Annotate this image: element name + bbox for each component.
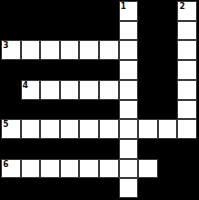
crossword-cell-r3c5[interactable] [79, 40, 99, 60]
black-cell-r6c8 [138, 100, 158, 120]
black-cell-r10c9 [158, 178, 178, 198]
crossword-cell-r9c6[interactable] [99, 159, 119, 179]
crossword-cell-r5c2[interactable]: 4 [21, 80, 41, 100]
crossword-cell-r7c4[interactable] [60, 119, 80, 139]
clue-number-3: 3 [3, 41, 9, 50]
black-cell-r1c6 [99, 1, 119, 21]
crossword-cell-r7c9[interactable] [158, 119, 178, 139]
black-cell-r10c10 [177, 178, 197, 198]
crossword-cell-r7c5[interactable] [79, 119, 99, 139]
black-cell-r10c6 [99, 178, 119, 198]
black-cell-r1c9 [158, 1, 178, 21]
crossword-cell-r10c7[interactable] [119, 178, 139, 198]
black-cell-r2c8 [138, 21, 158, 41]
crossword-cell-r3c10[interactable] [177, 40, 197, 60]
crossword-cell-r1c7[interactable]: 1 [119, 1, 139, 21]
crossword-cell-r3c7[interactable] [119, 40, 139, 60]
crossword-cell-r9c5[interactable] [79, 159, 99, 179]
crossword-cell-r5c7[interactable] [119, 80, 139, 100]
crossword-cell-r1c10[interactable]: 2 [177, 1, 197, 21]
crossword-cell-r6c10[interactable] [177, 100, 197, 120]
black-cell-r10c4 [60, 178, 80, 198]
black-cell-r1c4 [60, 1, 80, 21]
black-cell-r1c8 [138, 1, 158, 21]
black-cell-r3c8 [138, 40, 158, 60]
crossword-cell-r4c10[interactable] [177, 60, 197, 80]
crossword-cell-r7c6[interactable] [99, 119, 119, 139]
crossword-cell-r9c2[interactable] [21, 159, 41, 179]
black-cell-r4c8 [138, 60, 158, 80]
black-cell-r3c9 [158, 40, 178, 60]
clue-number-5: 5 [3, 120, 9, 129]
crossword-cell-r7c2[interactable] [21, 119, 41, 139]
crossword-cell-r7c7[interactable] [119, 119, 139, 139]
crossword-cell-r9c4[interactable] [60, 159, 80, 179]
black-cell-r8c10 [177, 139, 197, 159]
crossword-cell-r5c5[interactable] [79, 80, 99, 100]
black-cell-r2c5 [79, 21, 99, 41]
crossword-cell-r9c1[interactable]: 6 [1, 159, 21, 179]
black-cell-r1c3 [40, 1, 60, 21]
clue-number-1: 1 [121, 2, 127, 11]
black-cell-r2c9 [158, 21, 178, 41]
black-cell-r6c6 [99, 100, 119, 120]
black-cell-r8c8 [138, 139, 158, 159]
black-cell-r6c2 [21, 100, 41, 120]
black-cell-r8c4 [60, 139, 80, 159]
black-cell-r6c3 [40, 100, 60, 120]
black-cell-r2c6 [99, 21, 119, 41]
crossword-cell-r7c8[interactable] [138, 119, 158, 139]
black-cell-r10c1 [1, 178, 21, 198]
crossword-cell-r4c7[interactable] [119, 60, 139, 80]
crossword-cell-r5c10[interactable] [177, 80, 197, 100]
crossword-cell-r6c7[interactable] [119, 100, 139, 120]
black-cell-r4c5 [79, 60, 99, 80]
black-cell-r4c6 [99, 60, 119, 80]
black-cell-r1c1 [1, 1, 21, 21]
crossword-cell-r5c6[interactable] [99, 80, 119, 100]
crossword-cell-r9c8[interactable] [138, 159, 158, 179]
crossword-cell-r7c1[interactable]: 5 [1, 119, 21, 139]
black-cell-r10c8 [138, 178, 158, 198]
crossword-cell-r3c1[interactable]: 3 [1, 40, 21, 60]
crossword-cell-r7c10[interactable] [177, 119, 197, 139]
black-cell-r6c4 [60, 100, 80, 120]
crossword-cell-r2c7[interactable] [119, 21, 139, 41]
black-cell-r8c1 [1, 139, 21, 159]
black-cell-r4c2 [21, 60, 41, 80]
black-cell-r8c5 [79, 139, 99, 159]
clue-number-2: 2 [179, 2, 185, 11]
black-cell-r4c9 [158, 60, 178, 80]
crossword-board: 123456 [0, 0, 199, 200]
crossword-cell-r3c4[interactable] [60, 40, 80, 60]
black-cell-r9c10 [177, 159, 197, 179]
black-cell-r5c8 [138, 80, 158, 100]
black-cell-r5c1 [1, 80, 21, 100]
crossword-cell-r5c4[interactable] [60, 80, 80, 100]
black-cell-r8c9 [158, 139, 178, 159]
black-cell-r10c3 [40, 178, 60, 198]
crossword-cell-r5c3[interactable] [40, 80, 60, 100]
crossword-cell-r3c6[interactable] [99, 40, 119, 60]
crossword-cell-r9c3[interactable] [40, 159, 60, 179]
black-cell-r8c2 [21, 139, 41, 159]
black-cell-r10c2 [21, 178, 41, 198]
black-cell-r6c5 [79, 100, 99, 120]
black-cell-r4c1 [1, 60, 21, 80]
black-cell-r9c9 [158, 159, 178, 179]
crossword-cell-r7c3[interactable] [40, 119, 60, 139]
clue-number-6: 6 [3, 160, 9, 169]
black-cell-r5c9 [158, 80, 178, 100]
crossword-cell-r9c7[interactable] [119, 159, 139, 179]
crossword-cell-r3c2[interactable] [21, 40, 41, 60]
black-cell-r2c1 [1, 21, 21, 41]
black-cell-r6c9 [158, 100, 178, 120]
black-cell-r8c6 [99, 139, 119, 159]
crossword-cell-r3c3[interactable] [40, 40, 60, 60]
black-cell-r1c5 [79, 1, 99, 21]
black-cell-r10c5 [79, 178, 99, 198]
black-cell-r1c2 [21, 1, 41, 21]
black-cell-r6c1 [1, 100, 21, 120]
black-cell-r4c4 [60, 60, 80, 80]
crossword-cell-r8c7[interactable] [119, 139, 139, 159]
black-cell-r4c3 [40, 60, 60, 80]
black-cell-r2c2 [21, 21, 41, 41]
black-cell-r2c4 [60, 21, 80, 41]
clue-number-4: 4 [23, 81, 29, 90]
black-cell-r2c3 [40, 21, 60, 41]
black-cell-r8c3 [40, 139, 60, 159]
crossword-cell-r2c10[interactable] [177, 21, 197, 41]
